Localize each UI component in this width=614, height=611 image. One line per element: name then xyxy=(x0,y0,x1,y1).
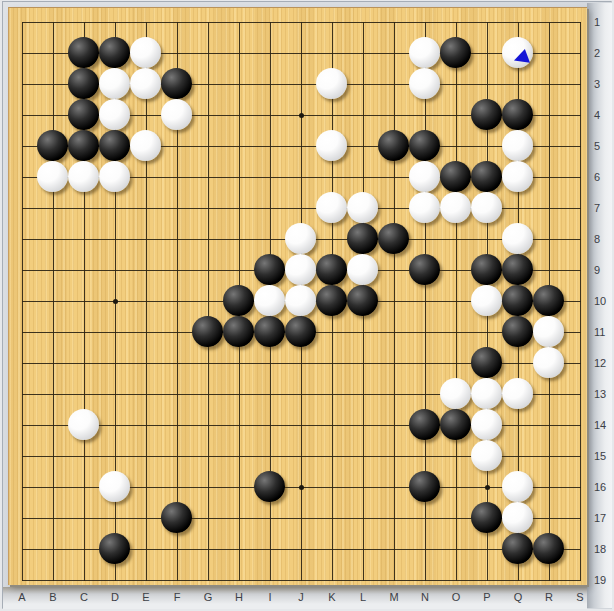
intersection-E2[interactable] xyxy=(130,37,161,68)
intersection-B14[interactable] xyxy=(37,409,68,440)
intersection-J11[interactable] xyxy=(285,316,316,347)
intersection-I6[interactable] xyxy=(254,161,285,192)
intersection-I2[interactable] xyxy=(254,37,285,68)
intersection-O12[interactable] xyxy=(440,347,471,378)
intersection-H6[interactable] xyxy=(223,161,254,192)
intersection-J14[interactable] xyxy=(285,409,316,440)
intersection-F16[interactable] xyxy=(161,471,192,502)
intersection-I5[interactable] xyxy=(254,130,285,161)
intersection-E6[interactable] xyxy=(130,161,161,192)
intersection-A6[interactable] xyxy=(6,161,37,192)
intersection-H2[interactable] xyxy=(223,37,254,68)
intersection-I8[interactable] xyxy=(254,223,285,254)
intersection-G18[interactable] xyxy=(192,533,223,564)
intersection-E15[interactable] xyxy=(130,440,161,471)
intersection-B17[interactable] xyxy=(37,502,68,533)
intersection-Q15[interactable] xyxy=(502,440,533,471)
intersection-H14[interactable] xyxy=(223,409,254,440)
intersection-B7[interactable] xyxy=(37,192,68,223)
intersection-D5[interactable] xyxy=(99,130,130,161)
intersection-O4[interactable] xyxy=(440,99,471,130)
intersection-P17[interactable] xyxy=(471,502,502,533)
intersection-H4[interactable] xyxy=(223,99,254,130)
intersection-E11[interactable] xyxy=(130,316,161,347)
intersection-E9[interactable] xyxy=(130,254,161,285)
intersection-I17[interactable] xyxy=(254,502,285,533)
intersection-J12[interactable] xyxy=(285,347,316,378)
intersection-M18[interactable] xyxy=(378,533,409,564)
intersection-J7[interactable] xyxy=(285,192,316,223)
intersection-C15[interactable] xyxy=(68,440,99,471)
intersection-P15[interactable] xyxy=(471,440,502,471)
intersection-S7[interactable] xyxy=(564,192,595,223)
intersection-S2[interactable] xyxy=(564,37,595,68)
intersection-N2[interactable] xyxy=(409,37,440,68)
intersection-F5[interactable] xyxy=(161,130,192,161)
intersection-P5[interactable] xyxy=(471,130,502,161)
intersection-I16[interactable] xyxy=(254,471,285,502)
intersection-R9[interactable] xyxy=(533,254,564,285)
intersection-L7[interactable] xyxy=(347,192,378,223)
intersection-H11[interactable] xyxy=(223,316,254,347)
intersection-I11[interactable] xyxy=(254,316,285,347)
intersection-M12[interactable] xyxy=(378,347,409,378)
intersection-L17[interactable] xyxy=(347,502,378,533)
intersection-Q2[interactable] xyxy=(502,37,533,68)
intersection-O13[interactable] xyxy=(440,378,471,409)
intersection-D11[interactable] xyxy=(99,316,130,347)
intersection-R10[interactable] xyxy=(533,285,564,316)
intersection-E10[interactable] xyxy=(130,285,161,316)
intersection-G5[interactable] xyxy=(192,130,223,161)
intersection-N6[interactable] xyxy=(409,161,440,192)
intersection-K11[interactable] xyxy=(316,316,347,347)
intersection-Q18[interactable] xyxy=(502,533,533,564)
intersection-R18[interactable] xyxy=(533,533,564,564)
intersection-D2[interactable] xyxy=(99,37,130,68)
intersection-N5[interactable] xyxy=(409,130,440,161)
intersection-A10[interactable] xyxy=(6,285,37,316)
intersection-Q7[interactable] xyxy=(502,192,533,223)
intersection-R6[interactable] xyxy=(533,161,564,192)
intersection-J15[interactable] xyxy=(285,440,316,471)
intersection-G1[interactable] xyxy=(192,6,223,37)
intersection-O8[interactable] xyxy=(440,223,471,254)
intersection-M13[interactable] xyxy=(378,378,409,409)
intersection-Q13[interactable] xyxy=(502,378,533,409)
intersection-B3[interactable] xyxy=(37,68,68,99)
intersection-S11[interactable] xyxy=(564,316,595,347)
intersection-C10[interactable] xyxy=(68,285,99,316)
intersection-D1[interactable] xyxy=(99,6,130,37)
intersection-A15[interactable] xyxy=(6,440,37,471)
intersection-C9[interactable] xyxy=(68,254,99,285)
intersection-D14[interactable] xyxy=(99,409,130,440)
intersection-O7[interactable] xyxy=(440,192,471,223)
intersection-A14[interactable] xyxy=(6,409,37,440)
intersection-G4[interactable] xyxy=(192,99,223,130)
intersection-I4[interactable] xyxy=(254,99,285,130)
intersection-R4[interactable] xyxy=(533,99,564,130)
intersection-P14[interactable] xyxy=(471,409,502,440)
intersection-D15[interactable] xyxy=(99,440,130,471)
intersection-B12[interactable] xyxy=(37,347,68,378)
intersection-G15[interactable] xyxy=(192,440,223,471)
intersection-S16[interactable] xyxy=(564,471,595,502)
intersection-A1[interactable] xyxy=(6,6,37,37)
intersection-G7[interactable] xyxy=(192,192,223,223)
intersection-S15[interactable] xyxy=(564,440,595,471)
intersection-F15[interactable] xyxy=(161,440,192,471)
intersection-H17[interactable] xyxy=(223,502,254,533)
intersection-S8[interactable] xyxy=(564,223,595,254)
intersection-P2[interactable] xyxy=(471,37,502,68)
intersection-J4[interactable] xyxy=(285,99,316,130)
intersection-R11[interactable] xyxy=(533,316,564,347)
intersection-E7[interactable] xyxy=(130,192,161,223)
intersection-Q3[interactable] xyxy=(502,68,533,99)
intersection-F6[interactable] xyxy=(161,161,192,192)
intersection-R7[interactable] xyxy=(533,192,564,223)
intersection-O10[interactable] xyxy=(440,285,471,316)
intersection-B18[interactable] xyxy=(37,533,68,564)
intersection-E8[interactable] xyxy=(130,223,161,254)
intersection-G14[interactable] xyxy=(192,409,223,440)
intersection-A9[interactable] xyxy=(6,254,37,285)
intersection-N15[interactable] xyxy=(409,440,440,471)
intersection-N4[interactable] xyxy=(409,99,440,130)
intersection-B8[interactable] xyxy=(37,223,68,254)
intersection-G8[interactable] xyxy=(192,223,223,254)
intersection-N14[interactable] xyxy=(409,409,440,440)
intersection-Q6[interactable] xyxy=(502,161,533,192)
intersection-E14[interactable] xyxy=(130,409,161,440)
intersection-N3[interactable] xyxy=(409,68,440,99)
intersection-E18[interactable] xyxy=(130,533,161,564)
intersection-P11[interactable] xyxy=(471,316,502,347)
intersection-B11[interactable] xyxy=(37,316,68,347)
intersection-P4[interactable] xyxy=(471,99,502,130)
intersection-G11[interactable] xyxy=(192,316,223,347)
intersection-S12[interactable] xyxy=(564,347,595,378)
intersection-K14[interactable] xyxy=(316,409,347,440)
intersection-J9[interactable] xyxy=(285,254,316,285)
intersection-F14[interactable] xyxy=(161,409,192,440)
intersection-L12[interactable] xyxy=(347,347,378,378)
intersection-K15[interactable] xyxy=(316,440,347,471)
intersection-D4[interactable] xyxy=(99,99,130,130)
intersection-I3[interactable] xyxy=(254,68,285,99)
intersection-D12[interactable] xyxy=(99,347,130,378)
intersection-C8[interactable] xyxy=(68,223,99,254)
intersection-A13[interactable] xyxy=(6,378,37,409)
intersection-K4[interactable] xyxy=(316,99,347,130)
intersection-M8[interactable] xyxy=(378,223,409,254)
intersection-H9[interactable] xyxy=(223,254,254,285)
intersection-M7[interactable] xyxy=(378,192,409,223)
intersection-H18[interactable] xyxy=(223,533,254,564)
intersection-F17[interactable] xyxy=(161,502,192,533)
intersection-S9[interactable] xyxy=(564,254,595,285)
intersection-R2[interactable] xyxy=(533,37,564,68)
intersection-J6[interactable] xyxy=(285,161,316,192)
intersection-A18[interactable] xyxy=(6,533,37,564)
intersection-C14[interactable] xyxy=(68,409,99,440)
intersection-K6[interactable] xyxy=(316,161,347,192)
intersection-O9[interactable] xyxy=(440,254,471,285)
intersection-D8[interactable] xyxy=(99,223,130,254)
intersection-G3[interactable] xyxy=(192,68,223,99)
intersection-B5[interactable] xyxy=(37,130,68,161)
intersection-R1[interactable] xyxy=(533,6,564,37)
intersection-J5[interactable] xyxy=(285,130,316,161)
intersection-K1[interactable] xyxy=(316,6,347,37)
intersection-P9[interactable] xyxy=(471,254,502,285)
intersection-S3[interactable] xyxy=(564,68,595,99)
intersection-K13[interactable] xyxy=(316,378,347,409)
intersection-L14[interactable] xyxy=(347,409,378,440)
intersection-R17[interactable] xyxy=(533,502,564,533)
intersection-E13[interactable] xyxy=(130,378,161,409)
intersection-F3[interactable] xyxy=(161,68,192,99)
intersection-C3[interactable] xyxy=(68,68,99,99)
intersection-J3[interactable] xyxy=(285,68,316,99)
intersection-Q14[interactable] xyxy=(502,409,533,440)
intersection-R16[interactable] xyxy=(533,471,564,502)
intersection-C7[interactable] xyxy=(68,192,99,223)
intersection-A12[interactable] xyxy=(6,347,37,378)
intersection-I15[interactable] xyxy=(254,440,285,471)
intersection-P16[interactable] xyxy=(471,471,502,502)
intersection-B4[interactable] xyxy=(37,99,68,130)
intersection-G6[interactable] xyxy=(192,161,223,192)
intersection-G16[interactable] xyxy=(192,471,223,502)
intersection-L18[interactable] xyxy=(347,533,378,564)
intersection-L9[interactable] xyxy=(347,254,378,285)
intersection-G13[interactable] xyxy=(192,378,223,409)
intersection-K9[interactable] xyxy=(316,254,347,285)
intersection-A8[interactable] xyxy=(6,223,37,254)
intersection-C2[interactable] xyxy=(68,37,99,68)
intersection-G10[interactable] xyxy=(192,285,223,316)
intersection-M2[interactable] xyxy=(378,37,409,68)
intersection-D6[interactable] xyxy=(99,161,130,192)
intersection-M10[interactable] xyxy=(378,285,409,316)
intersection-K16[interactable] xyxy=(316,471,347,502)
intersection-E4[interactable] xyxy=(130,99,161,130)
intersection-M17[interactable] xyxy=(378,502,409,533)
intersection-I14[interactable] xyxy=(254,409,285,440)
intersection-H12[interactable] xyxy=(223,347,254,378)
intersection-K7[interactable] xyxy=(316,192,347,223)
intersection-A2[interactable] xyxy=(6,37,37,68)
intersection-O17[interactable] xyxy=(440,502,471,533)
intersection-S10[interactable] xyxy=(564,285,595,316)
intersection-S1[interactable] xyxy=(564,6,595,37)
intersection-L10[interactable] xyxy=(347,285,378,316)
intersection-A16[interactable] xyxy=(6,471,37,502)
intersection-O3[interactable] xyxy=(440,68,471,99)
intersection-R8[interactable] xyxy=(533,223,564,254)
intersection-G2[interactable] xyxy=(192,37,223,68)
intersection-H10[interactable] xyxy=(223,285,254,316)
intersection-F18[interactable] xyxy=(161,533,192,564)
intersection-N11[interactable] xyxy=(409,316,440,347)
intersection-J2[interactable] xyxy=(285,37,316,68)
intersection-H8[interactable] xyxy=(223,223,254,254)
intersection-L15[interactable] xyxy=(347,440,378,471)
intersection-H7[interactable] xyxy=(223,192,254,223)
intersection-R13[interactable] xyxy=(533,378,564,409)
intersection-L3[interactable] xyxy=(347,68,378,99)
intersection-M4[interactable] xyxy=(378,99,409,130)
intersection-N18[interactable] xyxy=(409,533,440,564)
intersection-O15[interactable] xyxy=(440,440,471,471)
intersection-H16[interactable] xyxy=(223,471,254,502)
intersection-R12[interactable] xyxy=(533,347,564,378)
intersection-R15[interactable] xyxy=(533,440,564,471)
intersection-A4[interactable] xyxy=(6,99,37,130)
intersection-L11[interactable] xyxy=(347,316,378,347)
intersection-R5[interactable] xyxy=(533,130,564,161)
intersection-K12[interactable] xyxy=(316,347,347,378)
intersection-B9[interactable] xyxy=(37,254,68,285)
intersection-J1[interactable] xyxy=(285,6,316,37)
intersection-N16[interactable] xyxy=(409,471,440,502)
intersection-E5[interactable] xyxy=(130,130,161,161)
intersection-Q9[interactable] xyxy=(502,254,533,285)
intersection-H13[interactable] xyxy=(223,378,254,409)
intersection-G17[interactable] xyxy=(192,502,223,533)
intersection-M15[interactable] xyxy=(378,440,409,471)
intersection-J13[interactable] xyxy=(285,378,316,409)
intersection-C18[interactable] xyxy=(68,533,99,564)
intersection-K10[interactable] xyxy=(316,285,347,316)
intersection-M1[interactable] xyxy=(378,6,409,37)
intersection-P1[interactable] xyxy=(471,6,502,37)
intersection-A3[interactable] xyxy=(6,68,37,99)
intersection-N17[interactable] xyxy=(409,502,440,533)
intersection-S17[interactable] xyxy=(564,502,595,533)
intersection-O16[interactable] xyxy=(440,471,471,502)
intersection-K18[interactable] xyxy=(316,533,347,564)
intersection-L13[interactable] xyxy=(347,378,378,409)
intersection-Q4[interactable] xyxy=(502,99,533,130)
intersection-O14[interactable] xyxy=(440,409,471,440)
intersection-L1[interactable] xyxy=(347,6,378,37)
intersection-B15[interactable] xyxy=(37,440,68,471)
intersection-K2[interactable] xyxy=(316,37,347,68)
intersection-M16[interactable] xyxy=(378,471,409,502)
intersection-F11[interactable] xyxy=(161,316,192,347)
intersection-Q12[interactable] xyxy=(502,347,533,378)
intersection-F2[interactable] xyxy=(161,37,192,68)
intersection-R3[interactable] xyxy=(533,68,564,99)
intersection-C1[interactable] xyxy=(68,6,99,37)
intersection-D18[interactable] xyxy=(99,533,130,564)
intersection-N10[interactable] xyxy=(409,285,440,316)
intersection-D17[interactable] xyxy=(99,502,130,533)
intersection-D10[interactable] xyxy=(99,285,130,316)
intersection-S14[interactable] xyxy=(564,409,595,440)
intersection-Q5[interactable] xyxy=(502,130,533,161)
intersection-E16[interactable] xyxy=(130,471,161,502)
intersection-Q8[interactable] xyxy=(502,223,533,254)
intersection-B13[interactable] xyxy=(37,378,68,409)
intersection-N1[interactable] xyxy=(409,6,440,37)
intersection-I18[interactable] xyxy=(254,533,285,564)
intersection-G12[interactable] xyxy=(192,347,223,378)
intersection-K8[interactable] xyxy=(316,223,347,254)
intersection-L8[interactable] xyxy=(347,223,378,254)
intersection-C4[interactable] xyxy=(68,99,99,130)
intersection-C6[interactable] xyxy=(68,161,99,192)
intersection-Q16[interactable] xyxy=(502,471,533,502)
intersection-P7[interactable] xyxy=(471,192,502,223)
intersection-D16[interactable] xyxy=(99,471,130,502)
intersection-Q11[interactable] xyxy=(502,316,533,347)
intersection-C16[interactable] xyxy=(68,471,99,502)
intersection-H1[interactable] xyxy=(223,6,254,37)
intersection-O2[interactable] xyxy=(440,37,471,68)
intersection-O6[interactable] xyxy=(440,161,471,192)
intersection-D9[interactable] xyxy=(99,254,130,285)
intersection-B16[interactable] xyxy=(37,471,68,502)
intersection-F12[interactable] xyxy=(161,347,192,378)
intersection-P3[interactable] xyxy=(471,68,502,99)
intersection-F13[interactable] xyxy=(161,378,192,409)
intersection-I12[interactable] xyxy=(254,347,285,378)
intersection-P6[interactable] xyxy=(471,161,502,192)
intersection-K5[interactable] xyxy=(316,130,347,161)
intersection-H15[interactable] xyxy=(223,440,254,471)
intersection-A7[interactable] xyxy=(6,192,37,223)
intersection-F4[interactable] xyxy=(161,99,192,130)
intersection-D13[interactable] xyxy=(99,378,130,409)
intersection-P10[interactable] xyxy=(471,285,502,316)
intersection-L6[interactable] xyxy=(347,161,378,192)
intersection-N7[interactable] xyxy=(409,192,440,223)
intersection-J18[interactable] xyxy=(285,533,316,564)
intersection-S13[interactable] xyxy=(564,378,595,409)
intersection-J17[interactable] xyxy=(285,502,316,533)
intersection-S5[interactable] xyxy=(564,130,595,161)
intersection-O11[interactable] xyxy=(440,316,471,347)
intersection-E1[interactable] xyxy=(130,6,161,37)
intersection-Q1[interactable] xyxy=(502,6,533,37)
intersection-D7[interactable] xyxy=(99,192,130,223)
intersection-N8[interactable] xyxy=(409,223,440,254)
intersection-E3[interactable] xyxy=(130,68,161,99)
intersection-I7[interactable] xyxy=(254,192,285,223)
intersection-F1[interactable] xyxy=(161,6,192,37)
intersection-P12[interactable] xyxy=(471,347,502,378)
intersection-A17[interactable] xyxy=(6,502,37,533)
intersection-L2[interactable] xyxy=(347,37,378,68)
intersection-H3[interactable] xyxy=(223,68,254,99)
intersection-C12[interactable] xyxy=(68,347,99,378)
intersection-I9[interactable] xyxy=(254,254,285,285)
intersection-D3[interactable] xyxy=(99,68,130,99)
intersection-E17[interactable] xyxy=(130,502,161,533)
intersection-B10[interactable] xyxy=(37,285,68,316)
intersection-C13[interactable] xyxy=(68,378,99,409)
intersection-O1[interactable] xyxy=(440,6,471,37)
intersection-S6[interactable] xyxy=(564,161,595,192)
intersection-F9[interactable] xyxy=(161,254,192,285)
intersection-H5[interactable] xyxy=(223,130,254,161)
intersection-F10[interactable] xyxy=(161,285,192,316)
